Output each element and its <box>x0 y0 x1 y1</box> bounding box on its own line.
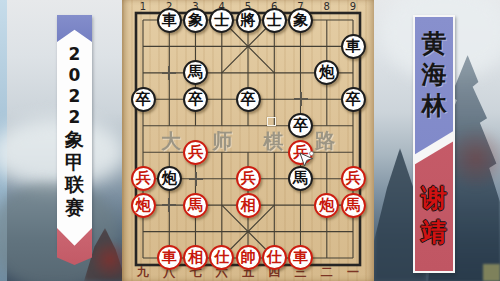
event-title-char: 2 <box>69 44 81 65</box>
river-watermark-char: 路 <box>312 128 338 155</box>
piece-black-soldier[interactable]: 卒 <box>183 87 208 112</box>
file-label-top: 1 <box>135 0 151 13</box>
event-title-char: 0 <box>69 65 81 86</box>
point-marker <box>294 92 308 106</box>
black-player-name: 黄海林 <box>415 31 453 118</box>
event-title-char: 赛 <box>65 196 84 219</box>
point-marker <box>162 198 176 212</box>
file-label-top: 9 <box>345 0 361 13</box>
piece-black-chariot[interactable]: 車 <box>157 8 182 33</box>
piece-red-horse[interactable]: 馬 <box>183 193 208 218</box>
players-banner: 黄海林 谢靖 <box>413 15 455 273</box>
broadcast-frame: 123456789九八七六五四三二一大师棋路車象士將士象車馬炮卒卒卒卒卒炮馬兵兵… <box>0 0 500 281</box>
event-banner: 2022象甲联赛 <box>57 15 92 265</box>
red-player-name: 谢靖 <box>415 185 453 245</box>
foliage-patch <box>483 264 500 281</box>
piece-black-elephant[interactable]: 象 <box>288 8 313 33</box>
file-label-bottom: 一 <box>345 265 361 280</box>
piece-red-elephant[interactable]: 相 <box>236 193 261 218</box>
black-player-name-char: 海 <box>422 62 447 87</box>
piece-red-soldier[interactable]: 兵 <box>236 166 261 191</box>
piece-black-cannon[interactable]: 炮 <box>157 166 182 191</box>
point-marker <box>189 172 203 186</box>
file-label-bottom: 二 <box>319 265 335 280</box>
event-title: 2022象甲联赛 <box>57 44 92 218</box>
red-foliage-tint <box>448 122 500 194</box>
piece-black-king[interactable]: 將 <box>236 8 261 33</box>
xiangqi-board[interactable]: 123456789九八七六五四三二一大师棋路車象士將士象車馬炮卒卒卒卒卒炮馬兵兵… <box>122 0 374 281</box>
piece-red-soldier[interactable]: 兵 <box>183 140 208 165</box>
piece-black-soldier[interactable]: 卒 <box>131 87 156 112</box>
event-title-char: 2 <box>69 107 81 128</box>
piece-black-advisor[interactable]: 士 <box>209 8 234 33</box>
highlight-square-marker <box>267 117 276 126</box>
piece-red-king[interactable]: 帥 <box>236 245 261 270</box>
background-left-strip <box>0 0 7 281</box>
event-title-char: 2 <box>69 86 81 107</box>
piece-red-cannon[interactable]: 炮 <box>131 193 156 218</box>
piece-black-soldier[interactable]: 卒 <box>236 87 261 112</box>
river-watermark-char: 大 <box>158 128 184 155</box>
black-player-name-char: 林 <box>422 93 447 118</box>
piece-black-soldier[interactable]: 卒 <box>341 87 366 112</box>
file-label-bottom: 九 <box>135 265 151 280</box>
piece-red-horse[interactable]: 馬 <box>341 193 366 218</box>
file-label-top: 8 <box>319 0 335 13</box>
river-watermark-char: 师 <box>209 128 235 155</box>
red-player-name-char: 谢 <box>421 185 447 211</box>
piece-black-elephant[interactable]: 象 <box>183 8 208 33</box>
piece-red-cannon[interactable]: 炮 <box>314 193 339 218</box>
piece-red-soldier[interactable]: 兵 <box>341 166 366 191</box>
mouse-cursor-icon <box>299 151 315 169</box>
piece-black-horse[interactable]: 馬 <box>288 166 313 191</box>
piece-black-chariot[interactable]: 車 <box>341 34 366 59</box>
black-player-name-char: 黄 <box>422 31 447 56</box>
event-title-char: 象 <box>65 128 84 151</box>
event-title-char: 甲 <box>65 151 84 174</box>
point-marker <box>162 66 176 80</box>
river-watermark-char: 棋 <box>261 128 287 155</box>
piece-red-soldier[interactable]: 兵 <box>131 166 156 191</box>
piece-black-advisor[interactable]: 士 <box>262 8 287 33</box>
red-player-name-char: 靖 <box>421 219 447 245</box>
event-title-char: 联 <box>65 173 84 196</box>
